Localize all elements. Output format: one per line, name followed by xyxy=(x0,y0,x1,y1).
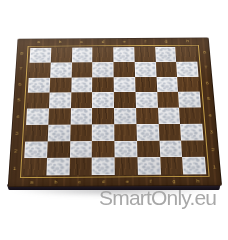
square-e5 xyxy=(114,92,136,108)
square-h4 xyxy=(179,107,202,123)
coord-label-rank-8: 8 xyxy=(203,51,206,54)
coord-label-rank-6: 6 xyxy=(206,81,209,85)
square-c1 xyxy=(69,158,92,176)
square-a7 xyxy=(29,62,51,77)
square-h5 xyxy=(178,92,201,108)
square-a1 xyxy=(23,158,47,176)
square-g2 xyxy=(159,140,182,157)
square-d7 xyxy=(92,62,113,77)
coord-label-file-e: e xyxy=(126,180,129,184)
square-a2 xyxy=(24,141,47,158)
coord-label-file-b: b xyxy=(59,40,62,43)
square-f8 xyxy=(134,47,155,62)
coord-label-file-a: a xyxy=(30,180,33,184)
playing-field xyxy=(20,45,210,178)
coord-label-rank-3: 3 xyxy=(210,131,213,135)
square-b1 xyxy=(46,158,69,176)
square-e1 xyxy=(115,157,138,175)
square-h3 xyxy=(180,124,203,141)
watermark-text: SmartOnly.eu xyxy=(99,186,216,210)
coord-label-file-h: h xyxy=(196,179,199,183)
coord-label-rank-3: 3 xyxy=(15,132,18,136)
squares-grid xyxy=(23,47,206,176)
square-b3 xyxy=(47,124,70,141)
coord-label-rank-4: 4 xyxy=(209,114,212,118)
square-g6 xyxy=(156,77,178,92)
square-b2 xyxy=(47,141,70,158)
coord-label-file-a: a xyxy=(37,41,40,44)
coord-label-rank-6: 6 xyxy=(18,83,21,87)
square-f2 xyxy=(137,140,160,157)
coord-label-file-f: f xyxy=(150,180,152,184)
square-b4 xyxy=(48,108,70,124)
coord-label-file-f: f xyxy=(145,40,146,43)
square-e3 xyxy=(114,124,136,141)
coord-label-rank-7: 7 xyxy=(205,66,208,69)
coord-label-file-c: c xyxy=(78,180,81,184)
square-f6 xyxy=(135,77,157,92)
square-h2 xyxy=(181,140,205,157)
coord-label-rank-5: 5 xyxy=(207,97,210,101)
square-a6 xyxy=(28,77,50,92)
square-g3 xyxy=(158,124,181,141)
coord-label-rank-8: 8 xyxy=(20,52,23,55)
square-g7 xyxy=(155,62,177,77)
square-a8 xyxy=(30,48,52,63)
square-d4 xyxy=(92,108,114,124)
coord-label-rank-1: 1 xyxy=(213,166,216,170)
square-e8 xyxy=(113,47,134,62)
coord-label-file-e: e xyxy=(123,40,126,43)
square-h6 xyxy=(177,76,199,91)
square-g8 xyxy=(155,47,177,62)
square-d1 xyxy=(92,158,115,176)
chess-board: abcdefgh 87654321 87654321 abcdefgh xyxy=(8,38,222,188)
square-h7 xyxy=(176,61,198,76)
square-c7 xyxy=(71,62,92,77)
square-e6 xyxy=(114,77,136,92)
square-d6 xyxy=(92,77,113,92)
square-c8 xyxy=(71,47,92,62)
coord-label-file-c: c xyxy=(80,40,82,43)
coord-label-file-d: d xyxy=(102,40,105,43)
square-c3 xyxy=(70,124,92,141)
square-a5 xyxy=(27,93,49,109)
square-f3 xyxy=(136,124,159,141)
square-d2 xyxy=(92,141,115,158)
square-c6 xyxy=(71,77,93,92)
coord-label-file-h: h xyxy=(186,40,189,43)
square-f5 xyxy=(135,92,157,108)
coord-label-rank-4: 4 xyxy=(16,115,19,119)
coord-label-rank-7: 7 xyxy=(19,67,22,70)
square-f4 xyxy=(136,108,158,124)
square-a3 xyxy=(25,125,48,142)
square-d3 xyxy=(92,124,114,141)
coord-label-file-g: g xyxy=(165,40,168,43)
coord-label-rank-1: 1 xyxy=(13,167,16,171)
square-g5 xyxy=(157,92,179,108)
square-a4 xyxy=(26,108,49,124)
square-h8 xyxy=(175,47,197,62)
square-e2 xyxy=(114,140,137,157)
square-c4 xyxy=(70,108,92,124)
square-f7 xyxy=(134,62,156,77)
square-b7 xyxy=(50,62,72,77)
coord-label-rank-2: 2 xyxy=(14,149,17,153)
coord-label-file-g: g xyxy=(172,179,175,183)
square-g1 xyxy=(160,157,184,175)
square-d5 xyxy=(92,92,114,108)
square-f1 xyxy=(137,157,160,175)
square-e7 xyxy=(113,62,134,77)
square-b8 xyxy=(51,48,72,63)
coord-label-file-b: b xyxy=(54,180,57,184)
square-b6 xyxy=(49,77,71,92)
coord-label-rank-2: 2 xyxy=(212,148,215,152)
square-g4 xyxy=(157,108,180,124)
square-b5 xyxy=(49,93,71,109)
square-c5 xyxy=(70,92,92,108)
square-c2 xyxy=(69,141,92,158)
square-e4 xyxy=(114,108,136,124)
square-h1 xyxy=(182,157,206,175)
square-d8 xyxy=(92,47,113,62)
coord-label-file-d: d xyxy=(102,180,105,184)
coord-label-rank-5: 5 xyxy=(17,99,20,103)
